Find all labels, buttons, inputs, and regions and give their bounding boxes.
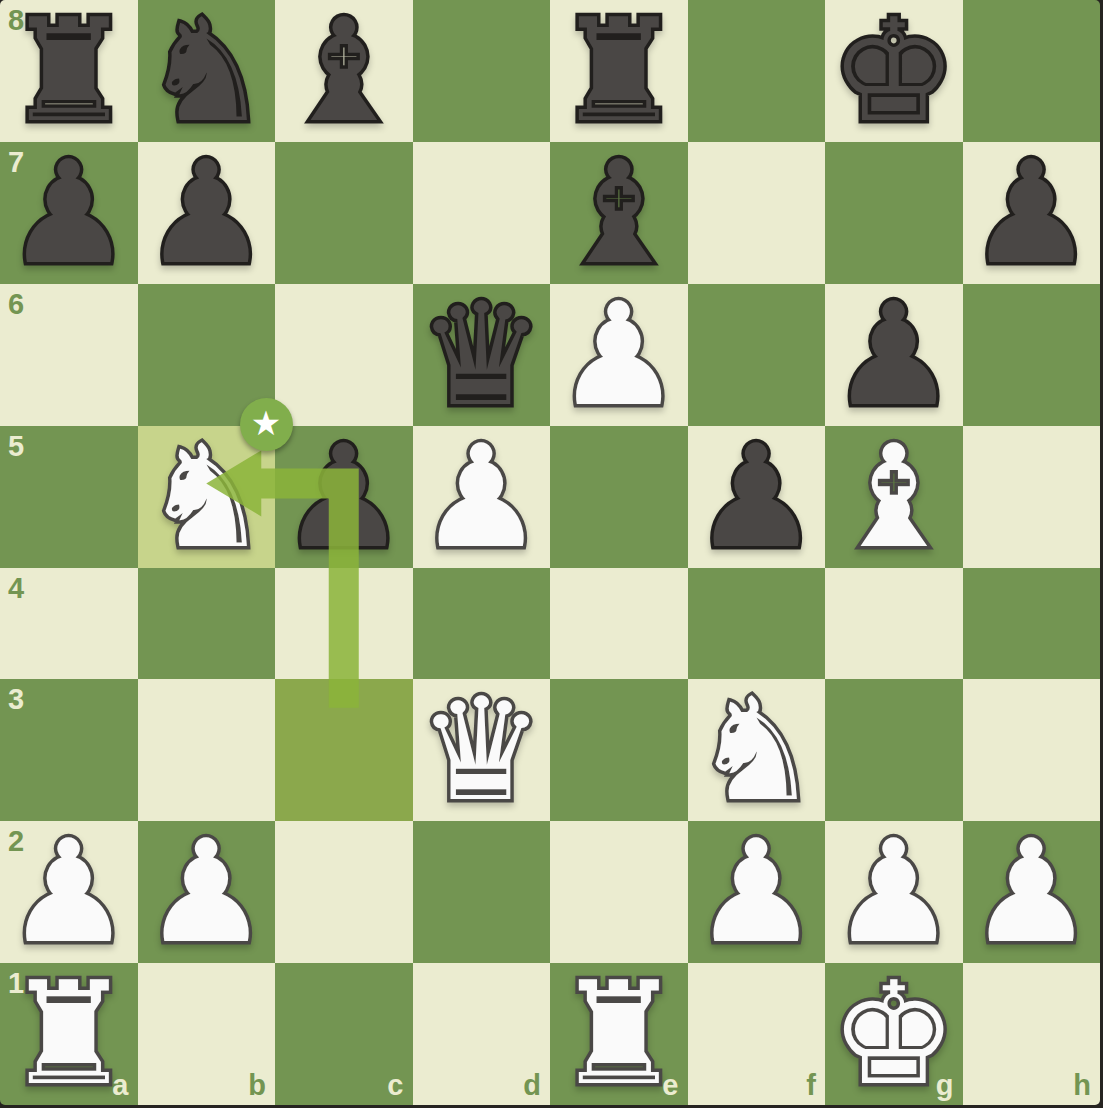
square-f2[interactable]: ♟: [688, 821, 826, 963]
square-g1[interactable]: g♚: [825, 963, 963, 1105]
square-d5[interactable]: ♟: [413, 426, 551, 568]
square-e5[interactable]: [550, 426, 688, 568]
rank-label-3: 3: [8, 685, 24, 714]
square-d1[interactable]: d: [413, 963, 551, 1105]
rank-label-7: 7: [8, 148, 24, 177]
square-h3[interactable]: [963, 679, 1101, 821]
square-f4[interactable]: [688, 568, 826, 679]
file-label-e: e: [662, 1071, 678, 1100]
square-g5[interactable]: ♝: [825, 426, 963, 568]
piece-black-queen-d6[interactable]: ♛: [413, 284, 551, 426]
square-f7[interactable]: [688, 142, 826, 284]
square-b3[interactable]: [138, 679, 276, 821]
square-a2[interactable]: 2♟: [0, 821, 138, 963]
square-f1[interactable]: f: [688, 963, 826, 1105]
piece-black-rook-e8[interactable]: ♜: [550, 0, 688, 142]
piece-white-pawn-g2[interactable]: ♟: [825, 821, 963, 963]
piece-white-pawn-d5[interactable]: ♟: [413, 426, 551, 568]
square-a5[interactable]: 5: [0, 426, 138, 568]
piece-black-pawn-g6[interactable]: ♟: [825, 284, 963, 426]
square-b5[interactable]: ♞: [138, 426, 276, 568]
square-b2[interactable]: ♟: [138, 821, 276, 963]
square-g2[interactable]: ♟: [825, 821, 963, 963]
file-label-a: a: [112, 1071, 128, 1100]
chess-board: 8♜♞♝♜♚7♟♟♝♟6♛♟♟5♞♟♟♟♝43♛♞2♟♟♟♟♟1a♜bcde♜f…: [0, 0, 1100, 1105]
square-g7[interactable]: [825, 142, 963, 284]
square-g6[interactable]: ♟: [825, 284, 963, 426]
piece-white-bishop-g5[interactable]: ♝: [825, 426, 963, 568]
square-f3[interactable]: ♞: [688, 679, 826, 821]
file-label-h: h: [1073, 1071, 1091, 1100]
square-d3[interactable]: ♛: [413, 679, 551, 821]
square-e4[interactable]: [550, 568, 688, 679]
square-g8[interactable]: ♚: [825, 0, 963, 142]
file-label-b: b: [248, 1071, 266, 1100]
square-e8[interactable]: ♜: [550, 0, 688, 142]
square-a6[interactable]: 6: [0, 284, 138, 426]
square-c8[interactable]: ♝: [275, 0, 413, 142]
rank-label-8: 8: [8, 6, 24, 35]
piece-black-pawn-h7[interactable]: ♟: [963, 142, 1101, 284]
square-f5[interactable]: ♟: [688, 426, 826, 568]
square-e6[interactable]: ♟: [550, 284, 688, 426]
square-b1[interactable]: b: [138, 963, 276, 1105]
square-a4[interactable]: 4: [0, 568, 138, 679]
square-h5[interactable]: [963, 426, 1101, 568]
square-h6[interactable]: [963, 284, 1101, 426]
square-g3[interactable]: [825, 679, 963, 821]
square-c1[interactable]: c: [275, 963, 413, 1105]
square-e1[interactable]: e♜: [550, 963, 688, 1105]
square-a8[interactable]: 8♜: [0, 0, 138, 142]
piece-white-pawn-h2[interactable]: ♟: [963, 821, 1101, 963]
square-e2[interactable]: [550, 821, 688, 963]
square-f8[interactable]: [688, 0, 826, 142]
piece-black-bishop-e7[interactable]: ♝: [550, 142, 688, 284]
square-d4[interactable]: [413, 568, 551, 679]
square-e3[interactable]: [550, 679, 688, 821]
square-h8[interactable]: [963, 0, 1101, 142]
square-h1[interactable]: h: [963, 963, 1101, 1105]
piece-white-queen-d3[interactable]: ♛: [413, 679, 551, 821]
square-h7[interactable]: ♟: [963, 142, 1101, 284]
square-e7[interactable]: ♝: [550, 142, 688, 284]
square-d8[interactable]: [413, 0, 551, 142]
piece-white-pawn-e6[interactable]: ♟: [550, 284, 688, 426]
file-label-c: c: [387, 1071, 403, 1100]
square-b7[interactable]: ♟: [138, 142, 276, 284]
square-d2[interactable]: [413, 821, 551, 963]
piece-black-pawn-f5[interactable]: ♟: [688, 426, 826, 568]
piece-white-knight-b5[interactable]: ♞: [138, 426, 276, 568]
piece-black-bishop-c8[interactable]: ♝: [275, 0, 413, 142]
square-b6[interactable]: [138, 284, 276, 426]
piece-white-pawn-b2[interactable]: ♟: [138, 821, 276, 963]
square-g4[interactable]: [825, 568, 963, 679]
square-a1[interactable]: 1a♜: [0, 963, 138, 1105]
square-c2[interactable]: [275, 821, 413, 963]
piece-black-knight-b8[interactable]: ♞: [138, 0, 276, 142]
rank-label-1: 1: [8, 969, 24, 998]
square-c4[interactable]: [275, 568, 413, 679]
square-c6[interactable]: [275, 284, 413, 426]
file-label-d: d: [523, 1071, 541, 1100]
square-c7[interactable]: [275, 142, 413, 284]
square-b8[interactable]: ♞: [138, 0, 276, 142]
square-c3[interactable]: [275, 679, 413, 821]
rank-label-2: 2: [8, 827, 24, 856]
file-label-g: g: [936, 1071, 954, 1100]
rank-label-5: 5: [8, 432, 24, 461]
rank-label-6: 6: [8, 290, 24, 319]
square-d6[interactable]: ♛: [413, 284, 551, 426]
square-c5[interactable]: ♟: [275, 426, 413, 568]
square-h2[interactable]: ♟: [963, 821, 1101, 963]
rank-label-4: 4: [8, 574, 24, 603]
square-b4[interactable]: [138, 568, 276, 679]
square-a7[interactable]: 7♟: [0, 142, 138, 284]
piece-black-king-g8[interactable]: ♚: [825, 0, 963, 142]
square-h4[interactable]: [963, 568, 1101, 679]
piece-white-knight-f3[interactable]: ♞: [688, 679, 826, 821]
piece-black-pawn-b7[interactable]: ♟: [138, 142, 276, 284]
piece-white-pawn-f2[interactable]: ♟: [688, 821, 826, 963]
piece-black-pawn-c5[interactable]: ♟: [275, 426, 413, 568]
square-a3[interactable]: 3: [0, 679, 138, 821]
square-d7[interactable]: [413, 142, 551, 284]
file-label-f: f: [806, 1071, 816, 1100]
square-f6[interactable]: [688, 284, 826, 426]
